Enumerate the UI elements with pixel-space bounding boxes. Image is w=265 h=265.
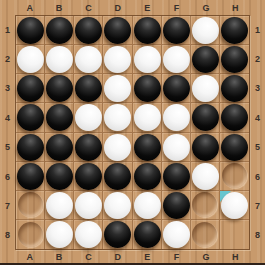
- file-labels-bottom: ABCDEFGH: [15, 250, 250, 263]
- rank-label-8: 8: [250, 221, 265, 250]
- black-disc: [46, 104, 73, 131]
- black-disc: [134, 134, 161, 161]
- rank-label-7: 7: [0, 191, 15, 220]
- cell-F4[interactable]: [162, 103, 191, 132]
- white-disc: [192, 163, 219, 190]
- black-disc: [163, 192, 190, 219]
- cell-D7[interactable]: [103, 191, 132, 220]
- black-disc: [104, 17, 131, 44]
- file-label-C: C: [74, 250, 103, 263]
- file-label-E: E: [133, 0, 162, 15]
- white-disc: [75, 192, 102, 219]
- white-disc: [192, 17, 219, 44]
- cell-D4[interactable]: [103, 103, 132, 132]
- cell-G1[interactable]: [191, 16, 220, 45]
- rank-labels-right: 12345678: [250, 15, 265, 250]
- cell-D5[interactable]: [103, 133, 132, 162]
- cell-G6[interactable]: [191, 162, 220, 191]
- rank-labels-left: 12345678: [0, 15, 15, 250]
- black-disc: [17, 163, 44, 190]
- black-disc: [104, 221, 131, 248]
- cell-F6[interactable]: [162, 162, 191, 191]
- cell-E2[interactable]: [133, 45, 162, 74]
- cell-D6[interactable]: [103, 162, 132, 191]
- black-disc: [134, 17, 161, 44]
- cell-A7[interactable]: [16, 191, 45, 220]
- black-disc: [163, 75, 190, 102]
- white-disc: [134, 192, 161, 219]
- cell-A5[interactable]: [16, 133, 45, 162]
- cell-A6[interactable]: [16, 162, 45, 191]
- white-disc: [17, 46, 44, 73]
- cell-H7[interactable]: [220, 191, 249, 220]
- black-disc: [17, 134, 44, 161]
- cell-F8[interactable]: [162, 220, 191, 249]
- cell-D3[interactable]: [103, 74, 132, 103]
- white-disc: [104, 46, 131, 73]
- rank-label-2: 2: [250, 44, 265, 73]
- file-label-A: A: [15, 250, 44, 263]
- board-grid: [15, 15, 250, 250]
- cell-B7[interactable]: [45, 191, 74, 220]
- black-disc: [75, 17, 102, 44]
- cell-H6[interactable]: [220, 162, 249, 191]
- white-disc: [46, 192, 73, 219]
- rank-label-6: 6: [0, 162, 15, 191]
- cell-F3[interactable]: [162, 74, 191, 103]
- file-label-D: D: [103, 0, 132, 15]
- white-disc: [163, 221, 190, 248]
- black-disc: [221, 46, 248, 73]
- cell-C2[interactable]: [74, 45, 103, 74]
- cell-E4[interactable]: [133, 103, 162, 132]
- cell-E8[interactable]: [133, 220, 162, 249]
- cell-B2[interactable]: [45, 45, 74, 74]
- cell-E1[interactable]: [133, 16, 162, 45]
- black-disc: [192, 134, 219, 161]
- white-disc: [163, 46, 190, 73]
- rank-label-3: 3: [0, 74, 15, 103]
- cell-H1[interactable]: [220, 16, 249, 45]
- black-disc: [75, 163, 102, 190]
- cell-G5[interactable]: [191, 133, 220, 162]
- black-disc: [163, 163, 190, 190]
- rank-label-5: 5: [250, 133, 265, 162]
- white-disc: [134, 46, 161, 73]
- cell-F2[interactable]: [162, 45, 191, 74]
- rank-label-7: 7: [250, 191, 265, 220]
- cell-C4[interactable]: [74, 103, 103, 132]
- black-disc: [46, 17, 73, 44]
- white-disc: [163, 104, 190, 131]
- file-label-A: A: [15, 0, 44, 15]
- black-disc: [75, 134, 102, 161]
- cell-E5[interactable]: [133, 133, 162, 162]
- white-disc: [75, 46, 102, 73]
- cell-C5[interactable]: [74, 133, 103, 162]
- rank-label-4: 4: [0, 103, 15, 132]
- white-disc: [46, 46, 73, 73]
- cell-G4[interactable]: [191, 103, 220, 132]
- legal-move-circle: [18, 192, 43, 217]
- cell-A4[interactable]: [16, 103, 45, 132]
- cell-A2[interactable]: [16, 45, 45, 74]
- black-disc: [104, 163, 131, 190]
- cell-C6[interactable]: [74, 162, 103, 191]
- black-disc: [46, 134, 73, 161]
- rank-label-3: 3: [250, 74, 265, 103]
- white-disc: [75, 104, 102, 131]
- white-disc: [104, 134, 131, 161]
- cell-C8[interactable]: [74, 220, 103, 249]
- black-disc: [221, 17, 248, 44]
- black-disc: [17, 17, 44, 44]
- white-disc: [104, 75, 131, 102]
- file-label-G: G: [191, 250, 220, 263]
- cell-C3[interactable]: [74, 74, 103, 103]
- white-disc: [134, 104, 161, 131]
- rank-label-2: 2: [0, 44, 15, 73]
- rank-label-4: 4: [250, 103, 265, 132]
- white-disc: [104, 104, 131, 131]
- file-label-F: F: [162, 0, 191, 15]
- rank-label-6: 6: [250, 162, 265, 191]
- white-disc: [163, 134, 190, 161]
- cell-H3[interactable]: [220, 74, 249, 103]
- file-label-H: H: [221, 250, 250, 263]
- rank-label-5: 5: [0, 133, 15, 162]
- black-disc: [134, 163, 161, 190]
- white-disc: [46, 221, 73, 248]
- cell-G3[interactable]: [191, 74, 220, 103]
- black-disc: [192, 46, 219, 73]
- cell-E3[interactable]: [133, 74, 162, 103]
- cell-B5[interactable]: [45, 133, 74, 162]
- file-label-E: E: [133, 250, 162, 263]
- black-disc: [46, 75, 73, 102]
- cell-G2[interactable]: [191, 45, 220, 74]
- rank-label-1: 1: [250, 15, 265, 44]
- white-disc: [104, 192, 131, 219]
- cell-B8[interactable]: [45, 220, 74, 249]
- black-disc: [163, 17, 190, 44]
- cell-G8[interactable]: [191, 220, 220, 249]
- cell-H8[interactable]: [220, 220, 249, 249]
- white-disc: [192, 75, 219, 102]
- legal-move-circle: [18, 222, 43, 247]
- cell-C1[interactable]: [74, 16, 103, 45]
- black-disc: [192, 104, 219, 131]
- cell-F5[interactable]: [162, 133, 191, 162]
- cell-B4[interactable]: [45, 103, 74, 132]
- black-disc: [134, 221, 161, 248]
- black-disc: [221, 134, 248, 161]
- white-disc: [75, 221, 102, 248]
- cell-A1[interactable]: [16, 16, 45, 45]
- cell-E7[interactable]: [133, 191, 162, 220]
- black-disc: [221, 104, 248, 131]
- black-disc: [46, 163, 73, 190]
- black-disc: [75, 75, 102, 102]
- file-label-H: H: [221, 0, 250, 15]
- black-disc: [17, 75, 44, 102]
- rank-label-8: 8: [0, 221, 15, 250]
- cell-D1[interactable]: [103, 16, 132, 45]
- cell-B3[interactable]: [45, 74, 74, 103]
- cell-C7[interactable]: [74, 191, 103, 220]
- rank-label-1: 1: [0, 15, 15, 44]
- file-label-B: B: [44, 0, 73, 15]
- cell-H5[interactable]: [220, 133, 249, 162]
- legal-move-circle: [222, 163, 247, 188]
- cell-H4[interactable]: [220, 103, 249, 132]
- cell-A3[interactable]: [16, 74, 45, 103]
- file-labels-top: ABCDEFGH: [15, 0, 250, 15]
- cell-B1[interactable]: [45, 16, 74, 45]
- black-disc: [134, 75, 161, 102]
- legal-move-circle: [192, 192, 217, 217]
- cell-E6[interactable]: [133, 162, 162, 191]
- black-disc: [221, 75, 248, 102]
- white-disc: [221, 192, 248, 219]
- legal-move-circle: [192, 222, 217, 247]
- file-label-D: D: [103, 250, 132, 263]
- file-label-G: G: [191, 0, 220, 15]
- cell-A8[interactable]: [16, 220, 45, 249]
- cell-F1[interactable]: [162, 16, 191, 45]
- file-label-C: C: [74, 0, 103, 15]
- cell-G7[interactable]: [191, 191, 220, 220]
- cell-B6[interactable]: [45, 162, 74, 191]
- file-label-B: B: [44, 250, 73, 263]
- cell-D8[interactable]: [103, 220, 132, 249]
- black-disc: [17, 104, 44, 131]
- othello-board-app: ABCDEFGH 12345678 12345678 ABCDEFGH: [0, 0, 265, 265]
- file-label-F: F: [162, 250, 191, 263]
- cell-F7[interactable]: [162, 191, 191, 220]
- cell-H2[interactable]: [220, 45, 249, 74]
- cell-D2[interactable]: [103, 45, 132, 74]
